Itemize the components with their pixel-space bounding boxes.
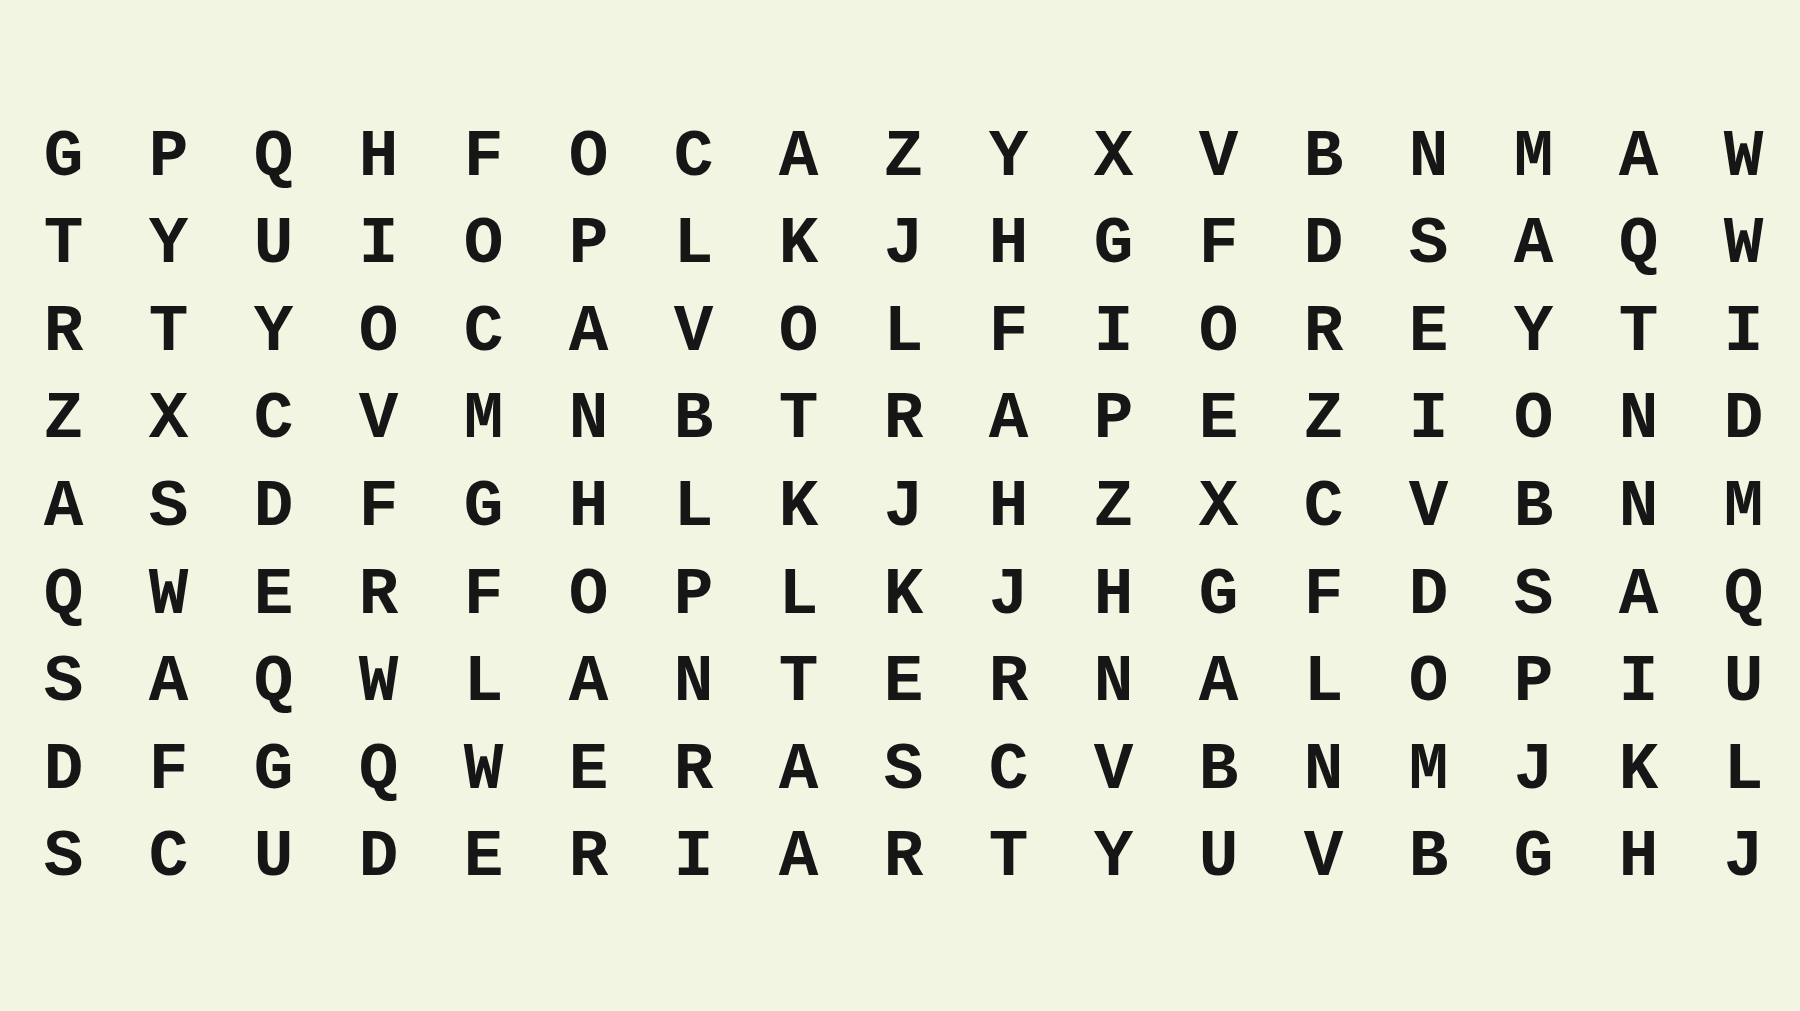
grid-cell-r1c7[interactable]: C (641, 114, 746, 202)
grid-cell-r3c6[interactable]: A (536, 289, 641, 377)
grid-cell-r5c14[interactable]: V (1376, 464, 1481, 552)
grid-cell-r6c14[interactable]: D (1376, 552, 1481, 640)
grid-cell-r1c17[interactable]: W (1691, 114, 1796, 202)
grid-cell-r4c13[interactable]: Z (1271, 377, 1376, 465)
grid-cell-r5c5[interactable]: G (431, 464, 536, 552)
grid-cell-r5c9[interactable]: J (851, 464, 956, 552)
grid-cell-r8c14[interactable]: M (1376, 727, 1481, 815)
grid-cell-r5c7[interactable]: L (641, 464, 746, 552)
grid-cell-r4c11[interactable]: P (1061, 377, 1166, 465)
grid-cell-r3c3[interactable]: Y (221, 289, 326, 377)
grid-cell-r8c1[interactable]: D (11, 727, 116, 815)
grid-cell-r2c15[interactable]: A (1481, 202, 1586, 290)
grid-cell-r7c15[interactable]: P (1481, 639, 1586, 727)
grid-cell-r4c10[interactable]: A (956, 377, 1061, 465)
grid-cell-r6c2[interactable]: W (116, 552, 221, 640)
grid-cell-r4c6[interactable]: N (536, 377, 641, 465)
grid-cell-r1c5[interactable]: F (431, 114, 536, 202)
grid-cell-r9c6[interactable]: R (536, 814, 641, 902)
grid-cell-r6c15[interactable]: S (1481, 552, 1586, 640)
grid-cell-r5c13[interactable]: C (1271, 464, 1376, 552)
grid-cell-r5c8[interactable]: K (746, 464, 851, 552)
grid-cell-r4c2[interactable]: X (116, 377, 221, 465)
word-search-board: GPQHFOCAZYXVBNMAWTYUIOPLKJHGFDSAQWRTYOCA… (11, 114, 1796, 902)
grid-cell-r7c3[interactable]: Q (221, 639, 326, 727)
grid-cell-r6c6[interactable]: O (536, 552, 641, 640)
grid-cell-r1c16[interactable]: A (1586, 114, 1691, 202)
grid-cell-r1c6[interactable]: O (536, 114, 641, 202)
grid-cell-r7c2[interactable]: A (116, 639, 221, 727)
grid-cell-r6c4[interactable]: R (326, 552, 431, 640)
grid-cell-r9c9[interactable]: R (851, 814, 956, 902)
grid-cell-r7c11[interactable]: N (1061, 639, 1166, 727)
grid-cell-r8c6[interactable]: E (536, 727, 641, 815)
grid-cell-r7c17[interactable]: U (1691, 639, 1796, 727)
grid-cell-r3c2[interactable]: T (116, 289, 221, 377)
grid-cell-r2c10[interactable]: H (956, 202, 1061, 290)
grid-cell-r3c5[interactable]: C (431, 289, 536, 377)
grid-cell-r2c6[interactable]: P (536, 202, 641, 290)
grid-cell-r3c11[interactable]: I (1061, 289, 1166, 377)
grid-cell-r9c13[interactable]: V (1271, 814, 1376, 902)
grid-cell-r9c1[interactable]: S (11, 814, 116, 902)
grid-cell-r2c1[interactable]: T (11, 202, 116, 290)
grid-cell-r8c10[interactable]: C (956, 727, 1061, 815)
grid-cell-r1c11[interactable]: X (1061, 114, 1166, 202)
grid-cell-r5c6[interactable]: H (536, 464, 641, 552)
grid-cell-r3c13[interactable]: R (1271, 289, 1376, 377)
grid-cell-r5c15[interactable]: B (1481, 464, 1586, 552)
grid-cell-r8c17[interactable]: L (1691, 727, 1796, 815)
grid-cell-r5c17[interactable]: M (1691, 464, 1796, 552)
grid-cell-r8c5[interactable]: W (431, 727, 536, 815)
grid-cell-r8c9[interactable]: S (851, 727, 956, 815)
grid-cell-r2c12[interactable]: F (1166, 202, 1271, 290)
grid-cell-r4c8[interactable]: T (746, 377, 851, 465)
grid-cell-r1c3[interactable]: Q (221, 114, 326, 202)
grid-cell-r9c8[interactable]: A (746, 814, 851, 902)
grid-cell-r4c17[interactable]: D (1691, 377, 1796, 465)
grid-cell-r5c10[interactable]: H (956, 464, 1061, 552)
grid-cell-r3c7[interactable]: V (641, 289, 746, 377)
grid-cell-r9c14[interactable]: B (1376, 814, 1481, 902)
grid-cell-r3c12[interactable]: O (1166, 289, 1271, 377)
grid-cell-r6c10[interactable]: J (956, 552, 1061, 640)
grid-cell-r1c14[interactable]: N (1376, 114, 1481, 202)
grid-cell-r6c5[interactable]: F (431, 552, 536, 640)
grid-cell-r8c8[interactable]: A (746, 727, 851, 815)
grid-cell-r4c7[interactable]: B (641, 377, 746, 465)
grid-cell-r8c2[interactable]: F (116, 727, 221, 815)
grid-cell-r5c16[interactable]: N (1586, 464, 1691, 552)
grid-cell-r8c4[interactable]: Q (326, 727, 431, 815)
grid-cell-r3c1[interactable]: R (11, 289, 116, 377)
grid-cell-r6c1[interactable]: Q (11, 552, 116, 640)
grid-cell-r6c7[interactable]: P (641, 552, 746, 640)
grid-cell-r9c5[interactable]: E (431, 814, 536, 902)
grid-cell-r4c16[interactable]: N (1586, 377, 1691, 465)
grid-cell-r6c3[interactable]: E (221, 552, 326, 640)
grid-cell-r7c13[interactable]: L (1271, 639, 1376, 727)
grid-cell-r6c13[interactable]: F (1271, 552, 1376, 640)
grid-cell-r7c12[interactable]: A (1166, 639, 1271, 727)
grid-cell-r8c15[interactable]: J (1481, 727, 1586, 815)
grid-cell-r7c10[interactable]: R (956, 639, 1061, 727)
grid-cell-r1c12[interactable]: V (1166, 114, 1271, 202)
grid-cell-r2c13[interactable]: D (1271, 202, 1376, 290)
grid-cell-r3c10[interactable]: F (956, 289, 1061, 377)
grid-cell-r1c8[interactable]: A (746, 114, 851, 202)
grid-cell-r4c1[interactable]: Z (11, 377, 116, 465)
grid-cell-r7c5[interactable]: L (431, 639, 536, 727)
grid-cell-r6c12[interactable]: G (1166, 552, 1271, 640)
grid-cell-r9c4[interactable]: D (326, 814, 431, 902)
grid-cell-r4c9[interactable]: R (851, 377, 956, 465)
grid-cell-r5c12[interactable]: X (1166, 464, 1271, 552)
grid-cell-r9c11[interactable]: Y (1061, 814, 1166, 902)
grid-cell-r7c14[interactable]: O (1376, 639, 1481, 727)
grid-cell-r5c3[interactable]: D (221, 464, 326, 552)
grid-cell-r1c13[interactable]: B (1271, 114, 1376, 202)
grid-cell-r1c10[interactable]: Y (956, 114, 1061, 202)
grid-cell-r9c3[interactable]: U (221, 814, 326, 902)
grid-cell-r3c15[interactable]: Y (1481, 289, 1586, 377)
grid-cell-r2c7[interactable]: L (641, 202, 746, 290)
grid-cell-r2c8[interactable]: K (746, 202, 851, 290)
grid-cell-r6c9[interactable]: K (851, 552, 956, 640)
grid-cell-r2c14[interactable]: S (1376, 202, 1481, 290)
grid-cell-r8c3[interactable]: G (221, 727, 326, 815)
grid-cell-r9c2[interactable]: C (116, 814, 221, 902)
grid-cell-r3c16[interactable]: T (1586, 289, 1691, 377)
grid-cell-r2c11[interactable]: G (1061, 202, 1166, 290)
grid-cell-r1c15[interactable]: M (1481, 114, 1586, 202)
grid-cell-r1c4[interactable]: H (326, 114, 431, 202)
grid-cell-r1c9[interactable]: Z (851, 114, 956, 202)
grid-cell-r7c1[interactable]: S (11, 639, 116, 727)
grid-cell-r2c4[interactable]: I (326, 202, 431, 290)
grid-cell-r3c9[interactable]: L (851, 289, 956, 377)
grid-cell-r9c10[interactable]: T (956, 814, 1061, 902)
grid-cell-r2c17[interactable]: W (1691, 202, 1796, 290)
grid-cell-r2c2[interactable]: Y (116, 202, 221, 290)
grid-cell-r9c12[interactable]: U (1166, 814, 1271, 902)
grid-cell-r3c4[interactable]: O (326, 289, 431, 377)
grid-cell-r8c12[interactable]: B (1166, 727, 1271, 815)
grid-cell-r2c5[interactable]: O (431, 202, 536, 290)
grid-cell-r2c3[interactable]: U (221, 202, 326, 290)
grid-cell-r4c5[interactable]: M (431, 377, 536, 465)
grid-cell-r8c16[interactable]: K (1586, 727, 1691, 815)
grid-cell-r7c8[interactable]: T (746, 639, 851, 727)
grid-cell-r6c17[interactable]: Q (1691, 552, 1796, 640)
grid-cell-r3c14[interactable]: E (1376, 289, 1481, 377)
grid-cell-r5c4[interactable]: F (326, 464, 431, 552)
grid-cell-r2c16[interactable]: Q (1586, 202, 1691, 290)
grid-cell-r6c16[interactable]: A (1586, 552, 1691, 640)
grid-cell-r4c3[interactable]: C (221, 377, 326, 465)
grid-cell-r3c8[interactable]: O (746, 289, 851, 377)
grid-cell-r7c9[interactable]: E (851, 639, 956, 727)
grid-cell-r7c6[interactable]: A (536, 639, 641, 727)
grid-cell-r4c4[interactable]: V (326, 377, 431, 465)
grid-cell-r5c1[interactable]: A (11, 464, 116, 552)
grid-cell-r4c14[interactable]: I (1376, 377, 1481, 465)
grid-cell-r3c17[interactable]: I (1691, 289, 1796, 377)
grid-cell-r9c16[interactable]: H (1586, 814, 1691, 902)
grid-cell-r1c1[interactable]: G (11, 114, 116, 202)
grid-cell-r6c8[interactable]: L (746, 552, 851, 640)
grid-cell-r7c7[interactable]: N (641, 639, 746, 727)
grid-cell-r5c2[interactable]: S (116, 464, 221, 552)
grid-cell-r7c4[interactable]: W (326, 639, 431, 727)
grid-cell-r7c16[interactable]: I (1586, 639, 1691, 727)
grid-cell-r6c11[interactable]: H (1061, 552, 1166, 640)
grid-cell-r9c17[interactable]: J (1691, 814, 1796, 902)
grid-cell-r8c11[interactable]: V (1061, 727, 1166, 815)
grid-cell-r2c9[interactable]: J (851, 202, 956, 290)
grid-cell-r4c12[interactable]: E (1166, 377, 1271, 465)
grid-cell-r4c15[interactable]: O (1481, 377, 1586, 465)
grid-cell-r5c11[interactable]: Z (1061, 464, 1166, 552)
grid-cell-r8c13[interactable]: N (1271, 727, 1376, 815)
grid-cell-r1c2[interactable]: P (116, 114, 221, 202)
grid-cell-r9c15[interactable]: G (1481, 814, 1586, 902)
grid-cell-r8c7[interactable]: R (641, 727, 746, 815)
grid-cell-r9c7[interactable]: I (641, 814, 746, 902)
